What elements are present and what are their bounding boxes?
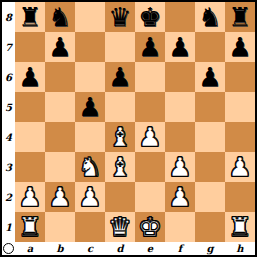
square-a1[interactable]: ♜ (15, 212, 45, 242)
turn-indicator-corner (2, 242, 15, 255)
file-label-b: b (45, 242, 75, 255)
square-c4[interactable] (75, 122, 105, 152)
square-g6[interactable]: ♟ (195, 62, 225, 92)
square-f4[interactable] (165, 122, 195, 152)
square-f7[interactable]: ♟ (165, 32, 195, 62)
square-d4[interactable]: ♝ (105, 122, 135, 152)
square-f6[interactable] (165, 62, 195, 92)
square-g3[interactable] (195, 152, 225, 182)
piece-white-king-e1[interactable]: ♚ (138, 212, 161, 242)
square-c1[interactable] (75, 212, 105, 242)
square-a7[interactable] (15, 32, 45, 62)
rank-label-2: 2 (2, 182, 15, 212)
piece-black-pawn-d6[interactable]: ♟ (108, 62, 131, 92)
square-c5[interactable]: ♟ (75, 92, 105, 122)
square-f5[interactable] (165, 92, 195, 122)
piece-black-pawn-g6[interactable]: ♟ (198, 62, 221, 92)
file-label-d: d (105, 242, 135, 255)
square-b7[interactable]: ♟ (45, 32, 75, 62)
piece-black-pawn-b7[interactable]: ♟ (48, 32, 71, 62)
square-c3[interactable]: ♞ (75, 152, 105, 182)
square-d2[interactable] (105, 182, 135, 212)
square-h6[interactable] (225, 62, 255, 92)
piece-white-pawn-f3[interactable]: ♟ (168, 152, 191, 182)
square-e3[interactable] (135, 152, 165, 182)
square-h2[interactable] (225, 182, 255, 212)
piece-white-queen-d1[interactable]: ♛ (108, 212, 131, 242)
square-b4[interactable] (45, 122, 75, 152)
rank-label-1: 1 (2, 212, 15, 242)
piece-black-queen-d8[interactable]: ♛ (108, 2, 131, 32)
piece-white-knight-c3[interactable]: ♞ (78, 152, 101, 182)
square-a5[interactable] (15, 92, 45, 122)
square-b1[interactable] (45, 212, 75, 242)
square-a4[interactable] (15, 122, 45, 152)
square-c6[interactable] (75, 62, 105, 92)
square-e7[interactable]: ♟ (135, 32, 165, 62)
square-h4[interactable] (225, 122, 255, 152)
piece-black-rook-a8[interactable]: ♜ (18, 2, 41, 32)
square-g5[interactable] (195, 92, 225, 122)
square-f3[interactable]: ♟ (165, 152, 195, 182)
square-b5[interactable] (45, 92, 75, 122)
piece-white-pawn-b2[interactable]: ♟ (48, 182, 71, 212)
square-d5[interactable] (105, 92, 135, 122)
piece-white-pawn-c2[interactable]: ♟ (78, 182, 101, 212)
white-to-move-indicator (3, 243, 14, 254)
square-h7[interactable]: ♟ (225, 32, 255, 62)
piece-black-pawn-a6[interactable]: ♟ (18, 62, 41, 92)
rank-label-7: 7 (2, 32, 15, 62)
file-label-g: g (195, 242, 225, 255)
square-h5[interactable] (225, 92, 255, 122)
square-d8[interactable]: ♛ (105, 2, 135, 32)
piece-black-pawn-c5[interactable]: ♟ (78, 92, 101, 122)
square-b2[interactable]: ♟ (45, 182, 75, 212)
square-g8[interactable]: ♞ (195, 2, 225, 32)
square-c7[interactable] (75, 32, 105, 62)
square-d7[interactable] (105, 32, 135, 62)
chess-board[interactable]: ♜♞♛♚♞♜♟♟♟♟♟♟♟♟♝♟♞♝♟♟♟♟♟♟♜♛♚♜ (15, 2, 255, 242)
square-a2[interactable]: ♟ (15, 182, 45, 212)
chess-diagram: 87654321 ♜♞♛♚♞♜♟♟♟♟♟♟♟♟♝♟♞♝♟♟♟♟♟♟♜♛♚♜ ab… (0, 0, 257, 257)
piece-white-pawn-f2[interactable]: ♟ (168, 182, 191, 212)
rank-label-8: 8 (2, 2, 15, 32)
file-labels: abcdefgh (15, 242, 255, 255)
square-e1[interactable]: ♚ (135, 212, 165, 242)
square-e8[interactable]: ♚ (135, 2, 165, 32)
square-d6[interactable]: ♟ (105, 62, 135, 92)
square-d1[interactable]: ♛ (105, 212, 135, 242)
rank-labels: 87654321 (2, 2, 15, 242)
piece-white-pawn-h3[interactable]: ♟ (228, 152, 251, 182)
square-g4[interactable] (195, 122, 225, 152)
square-g2[interactable] (195, 182, 225, 212)
square-c8[interactable] (75, 2, 105, 32)
square-h1[interactable]: ♜ (225, 212, 255, 242)
piece-white-pawn-a2[interactable]: ♟ (18, 182, 41, 212)
rank-label-4: 4 (2, 122, 15, 152)
square-f2[interactable]: ♟ (165, 182, 195, 212)
square-g7[interactable] (195, 32, 225, 62)
square-h3[interactable]: ♟ (225, 152, 255, 182)
piece-black-knight-g8[interactable]: ♞ (198, 2, 221, 32)
square-e6[interactable] (135, 62, 165, 92)
square-f1[interactable] (165, 212, 195, 242)
piece-white-bishop-d4[interactable]: ♝ (108, 122, 131, 152)
rank-label-5: 5 (2, 92, 15, 122)
square-a6[interactable]: ♟ (15, 62, 45, 92)
piece-black-knight-b8[interactable]: ♞ (48, 2, 71, 32)
square-g1[interactable] (195, 212, 225, 242)
piece-white-rook-h1[interactable]: ♜ (228, 212, 251, 242)
file-label-f: f (165, 242, 195, 255)
square-a8[interactable]: ♜ (15, 2, 45, 32)
file-label-a: a (15, 242, 45, 255)
piece-black-pawn-f7[interactable]: ♟ (168, 32, 191, 62)
square-b8[interactable]: ♞ (45, 2, 75, 32)
square-f8[interactable] (165, 2, 195, 32)
piece-black-king-e8[interactable]: ♚ (138, 2, 161, 32)
piece-white-pawn-e4[interactable]: ♟ (138, 122, 161, 152)
square-e2[interactable] (135, 182, 165, 212)
square-b3[interactable] (45, 152, 75, 182)
square-d3[interactable]: ♝ (105, 152, 135, 182)
piece-black-pawn-h7[interactable]: ♟ (228, 32, 251, 62)
square-c2[interactable]: ♟ (75, 182, 105, 212)
square-b6[interactable] (45, 62, 75, 92)
piece-black-rook-h8[interactable]: ♜ (228, 2, 251, 32)
file-label-e: e (135, 242, 165, 255)
file-label-h: h (225, 242, 255, 255)
square-e4[interactable]: ♟ (135, 122, 165, 152)
rank-label-3: 3 (2, 152, 15, 182)
square-h8[interactable]: ♜ (225, 2, 255, 32)
rank-label-6: 6 (2, 62, 15, 92)
piece-white-bishop-d3[interactable]: ♝ (108, 152, 131, 182)
square-a3[interactable] (15, 152, 45, 182)
piece-white-rook-a1[interactable]: ♜ (18, 212, 41, 242)
file-label-c: c (75, 242, 105, 255)
square-e5[interactable] (135, 92, 165, 122)
piece-black-pawn-e7[interactable]: ♟ (138, 32, 161, 62)
